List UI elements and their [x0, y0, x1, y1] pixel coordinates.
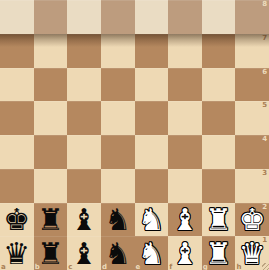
file-label-c: c [68, 264, 72, 270]
white-knight[interactable]: ♞ [138, 205, 165, 235]
square-f7[interactable] [168, 34, 202, 68]
square-e7[interactable] [135, 34, 169, 68]
black-bishop[interactable]: ♝ [71, 205, 98, 235]
square-a6[interactable] [0, 68, 34, 102]
square-d5[interactable] [101, 101, 135, 135]
square-c8[interactable] [67, 0, 101, 34]
square-f3[interactable] [168, 169, 202, 203]
square-c4[interactable] [67, 135, 101, 169]
square-c6[interactable] [67, 68, 101, 102]
square-d3[interactable] [101, 169, 135, 203]
file-label-f: f [169, 264, 172, 270]
square-h2[interactable]: ♚2 [235, 203, 269, 237]
square-a3[interactable] [0, 169, 34, 203]
square-b8[interactable] [34, 0, 68, 34]
square-g7[interactable] [202, 34, 236, 68]
square-a7[interactable] [0, 34, 34, 68]
black-rook[interactable]: ♜ [37, 205, 64, 235]
rank-label-5: 5 [262, 102, 267, 109]
square-a2[interactable]: ♚ [0, 203, 34, 237]
square-f6[interactable] [168, 68, 202, 102]
square-g8[interactable] [202, 0, 236, 34]
square-d7[interactable] [101, 34, 135, 68]
square-e3[interactable] [135, 169, 169, 203]
square-g2[interactable]: ♜ [202, 203, 236, 237]
black-queen[interactable]: ♛ [3, 239, 30, 269]
square-e6[interactable] [135, 68, 169, 102]
rank-label-4: 4 [262, 136, 267, 143]
file-label-g: g [203, 264, 208, 270]
square-b5[interactable] [34, 101, 68, 135]
square-h8[interactable]: 8 [235, 0, 269, 34]
square-a5[interactable] [0, 101, 34, 135]
square-a4[interactable] [0, 135, 34, 169]
square-b1[interactable]: ♜b [34, 236, 68, 270]
square-e1[interactable]: ♞e [135, 236, 169, 270]
square-g5[interactable] [202, 101, 236, 135]
square-h5[interactable]: 5 [235, 101, 269, 135]
white-rook[interactable]: ♜ [205, 239, 232, 269]
square-b4[interactable] [34, 135, 68, 169]
square-c1[interactable]: ♝c [67, 236, 101, 270]
square-b3[interactable] [34, 169, 68, 203]
square-c7[interactable] [67, 34, 101, 68]
square-b6[interactable] [34, 68, 68, 102]
square-g3[interactable] [202, 169, 236, 203]
square-g6[interactable] [202, 68, 236, 102]
white-bishop[interactable]: ♝ [171, 239, 198, 269]
chess-board: 876543♚♜♝♞♞♝♜♚2♛a♜b♝c♞d♞e♝f♜g♛1h [0, 0, 269, 270]
square-d4[interactable] [101, 135, 135, 169]
square-e5[interactable] [135, 101, 169, 135]
square-g4[interactable] [202, 135, 236, 169]
black-bishop[interactable]: ♝ [71, 239, 98, 269]
square-f4[interactable] [168, 135, 202, 169]
white-rook[interactable]: ♜ [205, 205, 232, 235]
square-e8[interactable] [135, 0, 169, 34]
square-f1[interactable]: ♝f [168, 236, 202, 270]
file-label-b: b [35, 264, 40, 270]
square-a8[interactable] [0, 0, 34, 34]
file-label-a: a [1, 264, 6, 270]
white-bishop[interactable]: ♝ [171, 205, 198, 235]
square-h3[interactable]: 3 [235, 169, 269, 203]
square-h6[interactable]: 6 [235, 68, 269, 102]
square-c2[interactable]: ♝ [67, 203, 101, 237]
rank-label-7: 7 [262, 35, 267, 42]
square-f5[interactable] [168, 101, 202, 135]
square-d6[interactable] [101, 68, 135, 102]
square-h1[interactable]: ♛1h [235, 236, 269, 270]
square-c3[interactable] [67, 169, 101, 203]
square-f8[interactable] [168, 0, 202, 34]
square-d1[interactable]: ♞d [101, 236, 135, 270]
square-d2[interactable]: ♞ [101, 203, 135, 237]
black-rook[interactable]: ♜ [37, 239, 64, 269]
square-b2[interactable]: ♜ [34, 203, 68, 237]
black-knight[interactable]: ♞ [104, 205, 131, 235]
square-h4[interactable]: 4 [235, 135, 269, 169]
square-b7[interactable] [34, 34, 68, 68]
square-d8[interactable] [101, 0, 135, 34]
square-c5[interactable] [67, 101, 101, 135]
rank-label-6: 6 [262, 69, 267, 76]
file-label-h: h [236, 264, 241, 270]
white-knight[interactable]: ♞ [138, 239, 165, 269]
rank-label-8: 8 [262, 1, 267, 8]
rank-label-1: 1 [262, 237, 267, 244]
file-label-d: d [102, 264, 107, 270]
square-a1[interactable]: ♛a [0, 236, 34, 270]
rank-label-3: 3 [262, 170, 267, 177]
square-f2[interactable]: ♝ [168, 203, 202, 237]
black-king[interactable]: ♚ [3, 205, 30, 235]
square-g1[interactable]: ♜g [202, 236, 236, 270]
square-h7[interactable]: 7 [235, 34, 269, 68]
black-knight[interactable]: ♞ [104, 239, 131, 269]
square-e4[interactable] [135, 135, 169, 169]
file-label-e: e [136, 264, 141, 270]
square-e2[interactable]: ♞ [135, 203, 169, 237]
rank-label-2: 2 [262, 204, 267, 211]
